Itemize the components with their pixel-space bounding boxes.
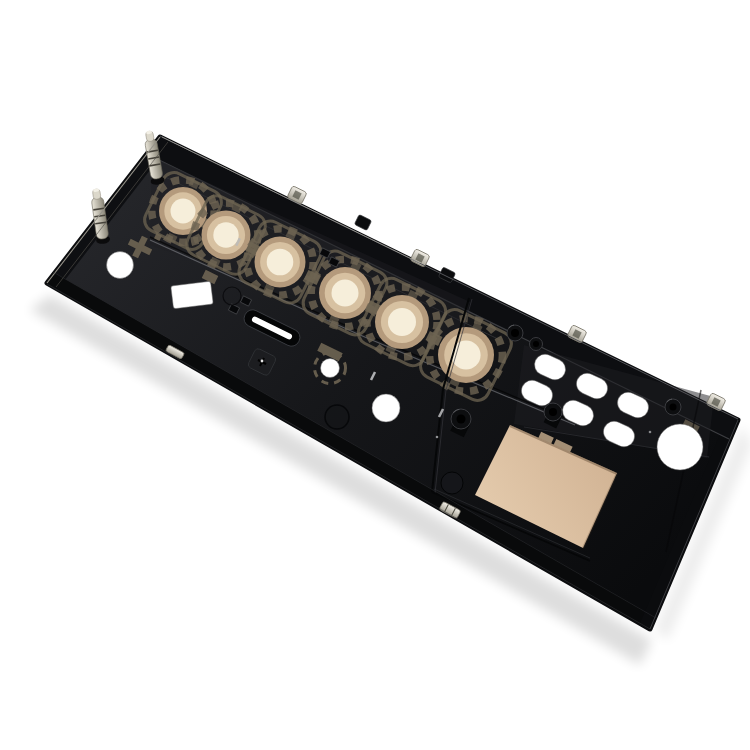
photo-stage (0, 0, 750, 750)
round-hole-small (321, 359, 340, 378)
round-hole-large (657, 424, 703, 470)
panel-photo (0, 0, 750, 750)
round-hole-left (107, 252, 134, 279)
round-hole-mid (372, 394, 400, 422)
post-boss (530, 338, 543, 351)
rect-window (171, 281, 214, 309)
